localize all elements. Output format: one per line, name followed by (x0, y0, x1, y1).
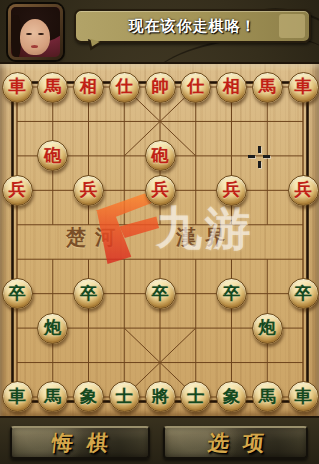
piece-red-兵[interactable]: 兵 (288, 175, 319, 206)
piece-red-砲[interactable]: 砲 (145, 140, 176, 171)
avatar-eye (26, 33, 32, 35)
piece-black-卒[interactable]: 卒 (145, 278, 176, 309)
piece-red-馬[interactable]: 馬 (252, 72, 283, 103)
piece-black-卒[interactable]: 卒 (2, 278, 33, 309)
piece-red-仕[interactable]: 仕 (180, 72, 211, 103)
bubble-texture (279, 14, 305, 38)
piece-black-車[interactable]: 車 (288, 381, 319, 412)
piece-red-兵[interactable]: 兵 (216, 175, 247, 206)
river-label-han-jie: 漢界 (176, 224, 234, 251)
piece-red-相[interactable]: 相 (216, 72, 247, 103)
options-button[interactable]: 选项 (163, 426, 308, 459)
undo-button-label: 悔棋 (37, 429, 124, 457)
undo-move-button[interactable]: 悔棋 (10, 426, 150, 459)
piece-red-仕[interactable]: 仕 (109, 72, 140, 103)
piece-red-帥[interactable]: 帥 (145, 72, 176, 103)
river-label-chu-he: 楚河 (66, 224, 124, 251)
bottom-bar: 悔棋 选项 (0, 418, 319, 464)
piece-black-卒[interactable]: 卒 (73, 278, 104, 309)
piece-red-車[interactable]: 車 (288, 72, 319, 103)
piece-red-兵[interactable]: 兵 (145, 175, 176, 206)
piece-black-將[interactable]: 將 (145, 381, 176, 412)
avatar-lips (31, 45, 38, 48)
piece-red-馬[interactable]: 馬 (37, 72, 68, 103)
last-move-origin-crosshair-icon (248, 146, 270, 168)
turn-message: 现在该你走棋咯！ (129, 17, 257, 36)
options-button-label: 选项 (192, 429, 279, 457)
piece-red-相[interactable]: 相 (73, 72, 104, 103)
piece-red-車[interactable]: 車 (2, 72, 33, 103)
piece-black-炮[interactable]: 炮 (252, 313, 283, 344)
xiangqi-app: 现在该你走棋咯！ 楚河 漢界 九游 車馬相仕帥仕相馬車砲砲兵兵兵兵兵卒卒卒卒卒炮… (0, 0, 319, 464)
piece-red-兵[interactable]: 兵 (73, 175, 104, 206)
opponent-avatar (8, 4, 63, 60)
speech-bubble: 现在该你走棋咯！ (74, 9, 311, 43)
board-grid (0, 64, 319, 420)
avatar-face (20, 19, 50, 55)
piece-red-兵[interactable]: 兵 (2, 175, 33, 206)
xiangqi-board[interactable]: 楚河 漢界 九游 車馬相仕帥仕相馬車砲砲兵兵兵兵兵卒卒卒卒卒炮炮車馬象士將士象馬… (0, 62, 319, 418)
piece-black-卒[interactable]: 卒 (216, 278, 247, 309)
piece-black-炮[interactable]: 炮 (37, 313, 68, 344)
piece-black-卒[interactable]: 卒 (288, 278, 319, 309)
avatar-eye (38, 33, 44, 35)
avatar-portrait (11, 7, 60, 57)
top-bar: 现在该你走棋咯！ (0, 0, 319, 62)
piece-black-車[interactable]: 車 (2, 381, 33, 412)
